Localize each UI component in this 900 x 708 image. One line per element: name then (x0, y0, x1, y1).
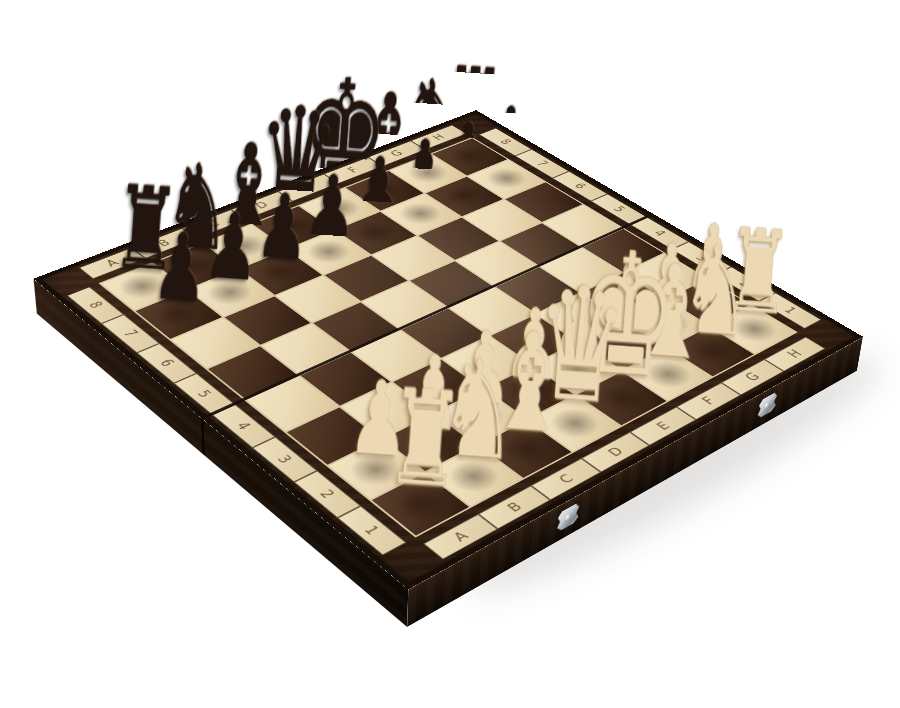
chess-set-photo: ABCDEFGHABCDEFGH8765432187654321 ♜♞♝♛♚♝♞… (0, 0, 900, 708)
metal-clasp (557, 502, 580, 533)
chess-board: ABCDEFGHABCDEFGH8765432187654321 ♜♞♝♛♚♝♞… (33, 110, 863, 589)
metal-clasp (757, 391, 778, 419)
scene: ABCDEFGHABCDEFGH8765432187654321 ♜♞♝♛♚♝♞… (0, 0, 900, 708)
piece-white-rook-a1[interactable]: ♜ (347, 174, 517, 510)
pieces-layer: ♜♞♝♛♚♝♞♜♟♟♟♟♟♟♟♟♟♟♟♟♟♟♟♟♜♞♝♛♚♝♞♜ (33, 110, 863, 589)
piece-black-pawn-a7[interactable]: ♟ (112, 21, 263, 319)
fold-seam-side (201, 418, 205, 456)
